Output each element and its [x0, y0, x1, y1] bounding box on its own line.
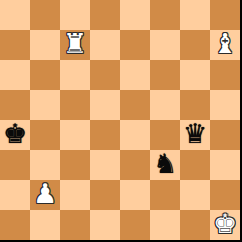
- square-g5[interactable]: [180, 90, 210, 120]
- square-e8[interactable]: [120, 0, 150, 30]
- black-king[interactable]: ♚: [3, 120, 27, 149]
- square-c4[interactable]: [60, 120, 90, 150]
- square-f5[interactable]: [150, 90, 180, 120]
- square-d7[interactable]: [90, 30, 120, 60]
- square-a4[interactable]: ♚: [0, 120, 30, 150]
- square-g2[interactable]: [180, 180, 210, 210]
- square-h8[interactable]: [210, 0, 240, 30]
- square-h7[interactable]: ♝: [210, 30, 240, 60]
- square-b7[interactable]: [30, 30, 60, 60]
- black-queen[interactable]: ♛: [183, 120, 207, 149]
- square-d3[interactable]: [90, 150, 120, 180]
- square-b2[interactable]: ♟: [30, 180, 60, 210]
- square-c7[interactable]: ♜: [60, 30, 90, 60]
- square-g3[interactable]: [180, 150, 210, 180]
- square-h3[interactable]: [210, 150, 240, 180]
- square-f8[interactable]: [150, 0, 180, 30]
- square-b6[interactable]: [30, 60, 60, 90]
- square-a8[interactable]: [0, 0, 30, 30]
- square-h1[interactable]: ♚: [210, 210, 240, 240]
- square-h4[interactable]: [210, 120, 240, 150]
- square-e3[interactable]: [120, 150, 150, 180]
- square-e7[interactable]: [120, 30, 150, 60]
- square-b1[interactable]: [30, 210, 60, 240]
- square-a1[interactable]: [0, 210, 30, 240]
- square-c8[interactable]: [60, 0, 90, 30]
- square-d5[interactable]: [90, 90, 120, 120]
- square-e6[interactable]: [120, 60, 150, 90]
- square-f6[interactable]: [150, 60, 180, 90]
- square-f2[interactable]: [150, 180, 180, 210]
- square-b3[interactable]: [30, 150, 60, 180]
- square-a3[interactable]: [0, 150, 30, 180]
- square-c5[interactable]: [60, 90, 90, 120]
- square-d6[interactable]: [90, 60, 120, 90]
- square-c3[interactable]: [60, 150, 90, 180]
- chess-board: ♜♝♚♛♞♟♚: [0, 0, 242, 242]
- white-pawn[interactable]: ♟: [33, 180, 57, 209]
- square-f3[interactable]: ♞: [150, 150, 180, 180]
- square-g1[interactable]: [180, 210, 210, 240]
- black-knight[interactable]: ♞: [153, 150, 177, 179]
- square-g7[interactable]: [180, 30, 210, 60]
- square-h6[interactable]: [210, 60, 240, 90]
- square-e5[interactable]: [120, 90, 150, 120]
- square-d2[interactable]: [90, 180, 120, 210]
- square-c6[interactable]: [60, 60, 90, 90]
- white-bishop[interactable]: ♝: [213, 30, 237, 59]
- square-f4[interactable]: [150, 120, 180, 150]
- square-d8[interactable]: [90, 0, 120, 30]
- square-b5[interactable]: [30, 90, 60, 120]
- square-g6[interactable]: [180, 60, 210, 90]
- square-e1[interactable]: [120, 210, 150, 240]
- square-f1[interactable]: [150, 210, 180, 240]
- square-h5[interactable]: [210, 90, 240, 120]
- square-c1[interactable]: [60, 210, 90, 240]
- square-g4[interactable]: ♛: [180, 120, 210, 150]
- square-g8[interactable]: [180, 0, 210, 30]
- square-a7[interactable]: [0, 30, 30, 60]
- square-a2[interactable]: [0, 180, 30, 210]
- square-a5[interactable]: [0, 90, 30, 120]
- square-a6[interactable]: [0, 60, 30, 90]
- square-c2[interactable]: [60, 180, 90, 210]
- square-d4[interactable]: [90, 120, 120, 150]
- square-f7[interactable]: [150, 30, 180, 60]
- square-b4[interactable]: [30, 120, 60, 150]
- square-e4[interactable]: [120, 120, 150, 150]
- square-b8[interactable]: [30, 0, 60, 30]
- square-e2[interactable]: [120, 180, 150, 210]
- white-rook[interactable]: ♜: [63, 30, 87, 59]
- square-d1[interactable]: [90, 210, 120, 240]
- square-h2[interactable]: [210, 180, 240, 210]
- white-king[interactable]: ♚: [213, 210, 237, 239]
